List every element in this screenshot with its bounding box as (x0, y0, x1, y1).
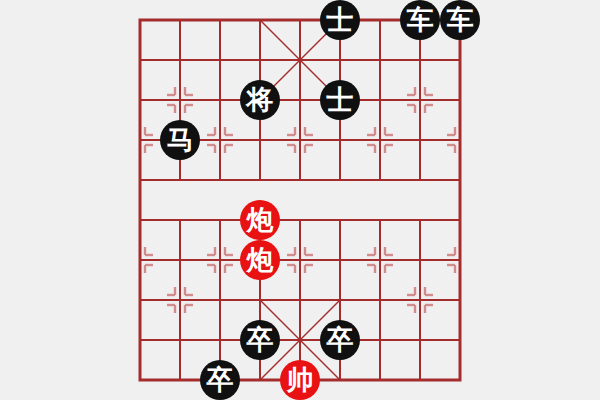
black-chariot[interactable]: 车 (440, 0, 480, 40)
black-advisor[interactable]: 士 (320, 0, 360, 40)
black-pawn[interactable]: 卒 (320, 320, 360, 360)
red-general[interactable]: 帅 (280, 360, 320, 400)
black-general[interactable]: 将 (240, 80, 280, 120)
red-cannon[interactable]: 炮 (240, 200, 280, 240)
red-cannon[interactable]: 炮 (240, 240, 280, 280)
xiangqi-board: 士车车将士马炮炮卒卒卒帅 (0, 0, 600, 400)
black-pawn[interactable]: 卒 (240, 320, 280, 360)
black-horse[interactable]: 马 (160, 120, 200, 160)
black-advisor[interactable]: 士 (320, 80, 360, 120)
black-pawn[interactable]: 卒 (200, 360, 240, 400)
black-chariot[interactable]: 车 (400, 0, 440, 40)
piece-layer: 士车车将士马炮炮卒卒卒帅 (120, 0, 480, 400)
